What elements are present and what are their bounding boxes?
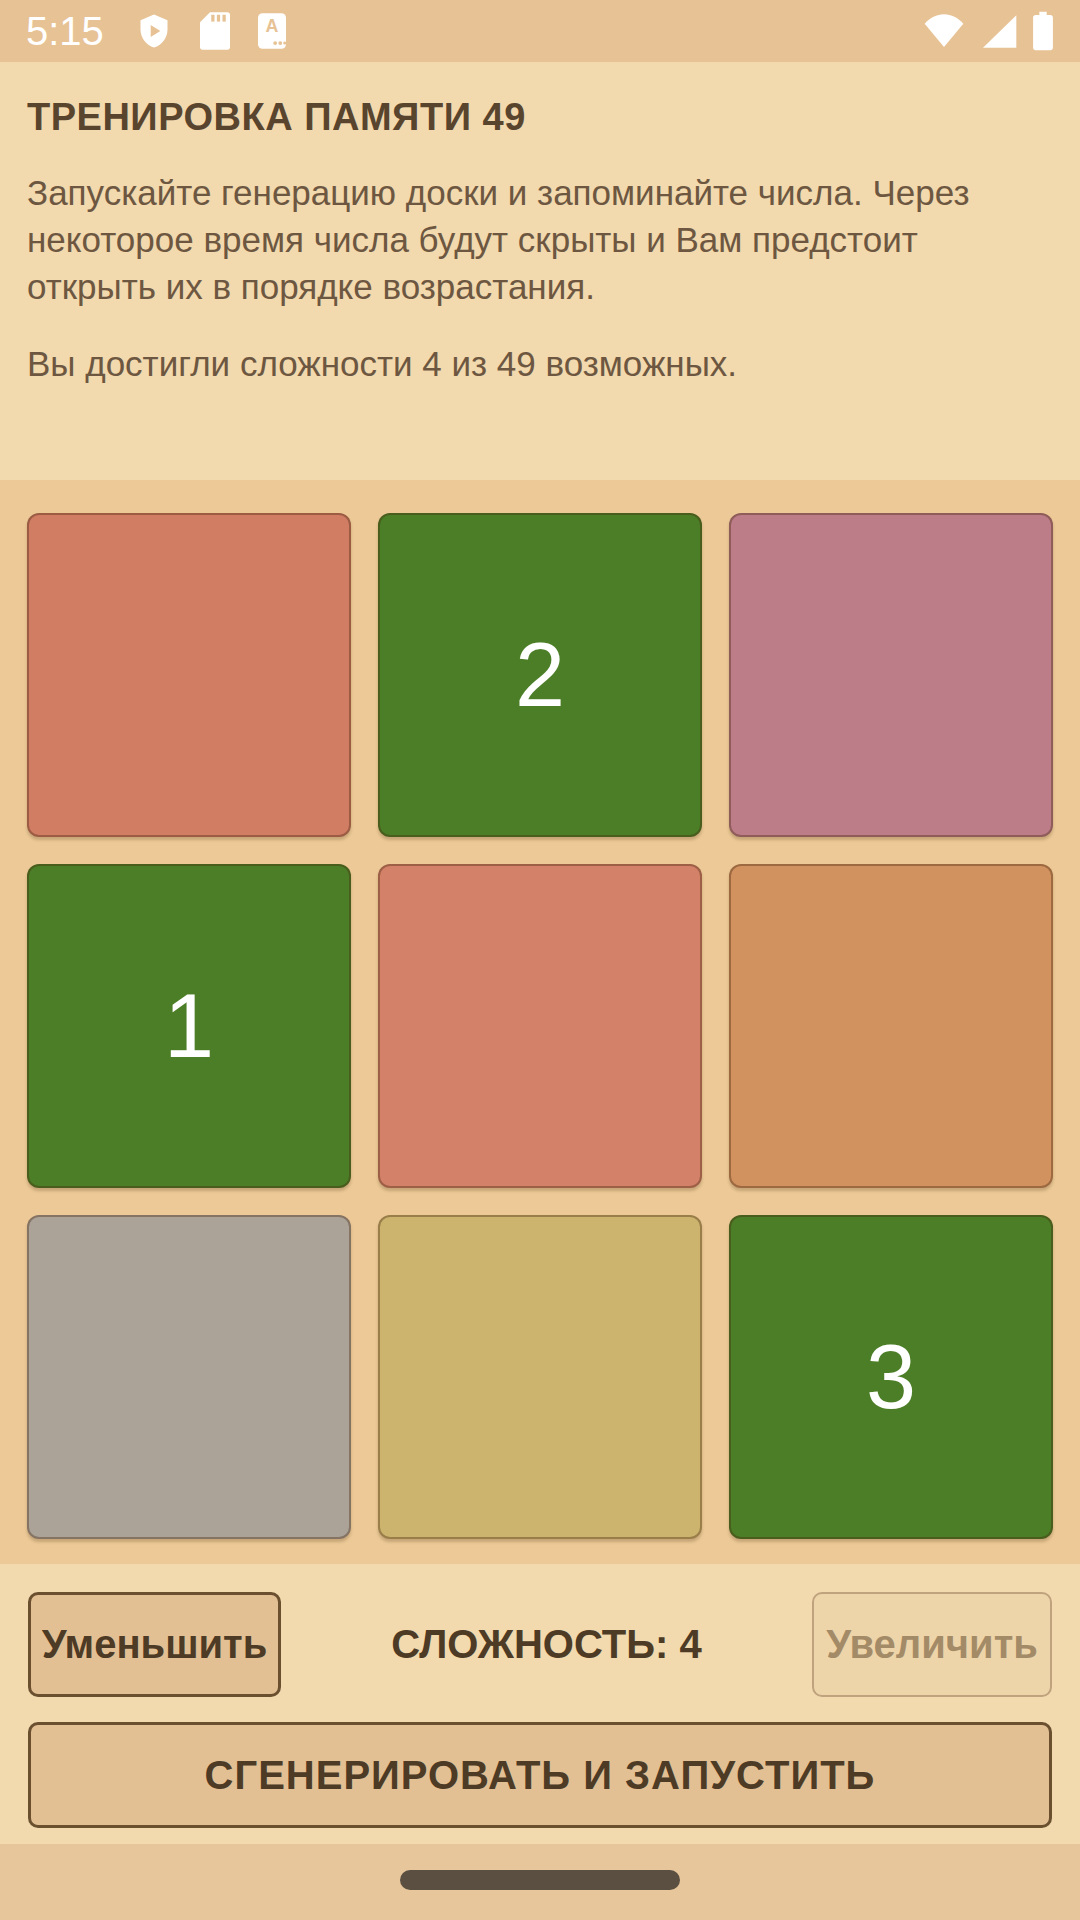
difficulty-label: СЛОЖНОСТЬ: 4 [281,1592,812,1697]
tile-r3c2[interactable] [378,1215,702,1539]
tile-r2c1[interactable]: 1 [27,864,351,1188]
tile-r2c3[interactable] [729,864,1053,1188]
board-section: 213 [0,480,1080,1564]
page-title: ТРЕНИРОВКА ПАМЯТИ 49 [27,96,1053,139]
navigation-bar [0,1844,1080,1920]
tile-r1c3[interactable] [729,513,1053,837]
tile-number: 3 [866,1332,916,1422]
notification-icons: A [136,12,286,50]
tile-r1c1[interactable] [27,513,351,837]
instructions-text: Запускайте генерацию доски и запоминайте… [27,169,1053,310]
tile-number: 1 [164,981,214,1071]
wifi-icon [924,14,964,48]
progress-text: Вы достигли сложности 4 из 49 возможных. [27,340,1053,387]
shield-play-icon [136,13,172,49]
tile-r1c2[interactable]: 2 [378,513,702,837]
decrease-difficulty-button[interactable]: Уменьшить [28,1592,281,1697]
tile-r3c3[interactable]: 3 [729,1215,1053,1539]
difficulty-controls: Уменьшить СЛОЖНОСТЬ: 4 Увеличить [28,1592,1052,1697]
increase-difficulty-button[interactable]: Увеличить [812,1592,1052,1697]
sd-card-icon [200,12,230,50]
board: 213 [27,513,1053,1539]
info-section: ТРЕНИРОВКА ПАМЯТИ 49 Запускайте генераци… [0,62,1080,480]
controls-section: Уменьшить СЛОЖНОСТЬ: 4 Увеличить СГЕНЕРИ… [0,1564,1080,1844]
tile-r3c1[interactable] [27,1215,351,1539]
status-bar: 5:15 A [0,0,1080,62]
cellular-signal-icon [978,14,1018,48]
clock: 5:15 [26,11,104,51]
battery-icon [1032,11,1054,51]
home-indicator[interactable] [400,1870,680,1890]
tile-r2c2[interactable] [378,864,702,1188]
svg-text:A: A [265,16,278,36]
tile-number: 2 [515,630,565,720]
a-app-icon: A [258,13,286,49]
generate-and-start-button[interactable]: СГЕНЕРИРОВАТЬ И ЗАПУСТИТЬ [28,1722,1052,1828]
system-status-icons [924,11,1054,51]
